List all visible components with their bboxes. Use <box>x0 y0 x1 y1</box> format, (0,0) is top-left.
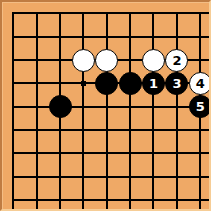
stones-layer: 21345 <box>2 2 211 211</box>
black-stone <box>49 95 72 118</box>
white-stone <box>142 49 165 72</box>
white-stone <box>95 49 118 72</box>
white-stone-move-4: 4 <box>189 72 211 95</box>
white-stone <box>72 49 95 72</box>
move-number-label: 1 <box>149 77 158 90</box>
black-stone-move-3: 3 <box>165 72 188 95</box>
go-board-diagram: 21345 <box>0 0 211 211</box>
black-stone <box>95 72 118 95</box>
move-number-label: 3 <box>172 77 181 90</box>
move-number-label: 2 <box>172 54 181 67</box>
black-stone <box>119 72 142 95</box>
black-stone-move-5: 5 <box>189 95 211 118</box>
white-stone-move-2: 2 <box>165 49 188 72</box>
move-number-label: 4 <box>196 77 205 90</box>
hoshi-marker <box>81 81 86 86</box>
move-number-label: 5 <box>196 100 205 113</box>
black-stone-move-1: 1 <box>142 72 165 95</box>
